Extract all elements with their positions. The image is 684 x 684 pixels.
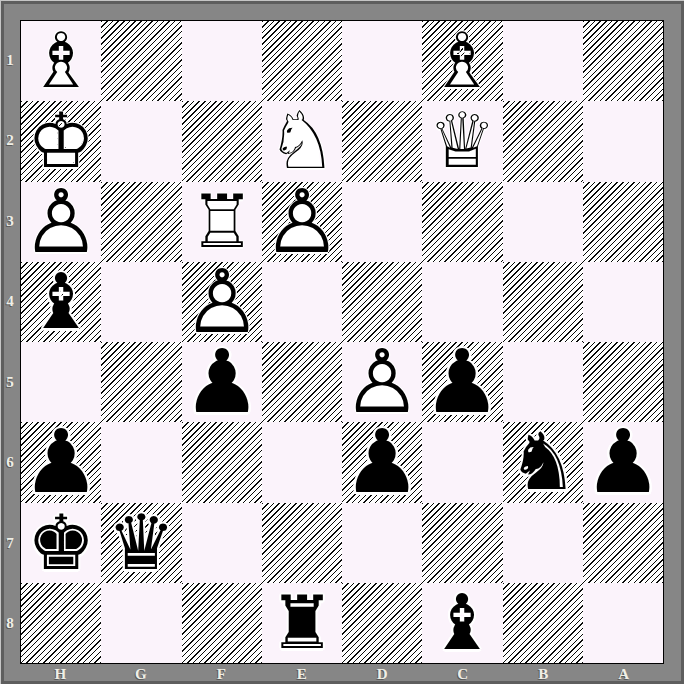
- white-pawn-icon[interactable]: ♟♙: [262, 182, 342, 262]
- rank-label-5: 5: [0, 342, 20, 423]
- square-f8[interactable]: [182, 583, 262, 663]
- piece-glyph: ♛♕: [420, 99, 505, 184]
- square-b5[interactable]: [503, 342, 583, 422]
- square-d1[interactable]: [342, 21, 422, 101]
- square-e1[interactable]: [262, 21, 342, 101]
- black-pawn-icon[interactable]: ♟♟: [21, 422, 101, 502]
- piece-glyph: ♛♛: [99, 500, 184, 585]
- white-bishop-icon[interactable]: ♝♗: [422, 21, 502, 101]
- white-knight-icon[interactable]: ♞♘: [262, 101, 342, 181]
- rank-label-2: 2: [0, 101, 20, 182]
- square-b3[interactable]: [503, 182, 583, 262]
- square-h6[interactable]: ♟♟: [21, 422, 101, 502]
- piece-glyph: ♝♝: [19, 259, 104, 344]
- black-knight-icon[interactable]: ♞♞: [503, 422, 583, 502]
- piece-glyph: ♜♜: [261, 582, 343, 664]
- square-a3[interactable]: [583, 182, 663, 262]
- square-c6[interactable]: [422, 422, 502, 502]
- square-b1[interactable]: [503, 21, 583, 101]
- square-d6[interactable]: ♟♟: [342, 422, 422, 502]
- rank-label-8: 8: [0, 584, 20, 665]
- piece-glyph: ♟♟: [173, 333, 271, 431]
- piece-glyph: ♚♚: [19, 500, 104, 585]
- piece-glyph: ♝♗: [19, 19, 104, 104]
- square-g1[interactable]: [101, 21, 181, 101]
- square-d8[interactable]: [342, 583, 422, 663]
- square-e4[interactable]: [262, 262, 342, 342]
- square-h2[interactable]: ♚♔: [21, 101, 101, 181]
- square-c1[interactable]: ♝♗: [422, 21, 502, 101]
- square-a7[interactable]: [583, 503, 663, 583]
- black-pawn-icon[interactable]: ♟♟: [342, 422, 422, 502]
- square-f2[interactable]: [182, 101, 262, 181]
- piece-glyph: ♟♟: [12, 413, 110, 511]
- square-g5[interactable]: [101, 342, 181, 422]
- square-d7[interactable]: [342, 503, 422, 583]
- square-g3[interactable]: [101, 182, 181, 262]
- rank-label-7: 7: [0, 503, 20, 584]
- black-king-icon[interactable]: ♚♚: [21, 503, 101, 583]
- square-d2[interactable]: [342, 101, 422, 181]
- square-h4[interactable]: ♝♝: [21, 262, 101, 342]
- white-rook-icon[interactable]: ♜♖: [182, 182, 262, 262]
- square-f7[interactable]: [182, 503, 262, 583]
- square-b6[interactable]: ♞♞: [503, 422, 583, 502]
- white-pawn-icon[interactable]: ♟♙: [21, 182, 101, 262]
- white-king-icon[interactable]: ♚♔: [21, 101, 101, 181]
- square-c7[interactable]: [422, 503, 502, 583]
- square-a1[interactable]: [583, 21, 663, 101]
- black-bishop-icon[interactable]: ♝♝: [422, 583, 502, 663]
- square-h1[interactable]: ♝♗: [21, 21, 101, 101]
- white-bishop-icon[interactable]: ♝♗: [21, 21, 101, 101]
- square-a4[interactable]: [583, 262, 663, 342]
- square-c5[interactable]: ♟♟: [422, 342, 502, 422]
- square-h8[interactable]: [21, 583, 101, 663]
- rank-labels: 12345678: [0, 20, 20, 664]
- rank-label-6: 6: [0, 423, 20, 504]
- square-b2[interactable]: [503, 101, 583, 181]
- file-label-g: G: [101, 664, 182, 684]
- piece-glyph: ♟♟: [333, 413, 431, 511]
- black-queen-icon[interactable]: ♛♛: [101, 503, 181, 583]
- square-e2[interactable]: ♞♘: [262, 101, 342, 181]
- file-label-h: H: [20, 664, 101, 684]
- square-h3[interactable]: ♟♙: [21, 182, 101, 262]
- piece-glyph: ♟♟: [574, 413, 672, 511]
- square-g8[interactable]: [101, 583, 181, 663]
- piece-glyph: ♟♙: [12, 173, 110, 271]
- square-a2[interactable]: [583, 101, 663, 181]
- square-b8[interactable]: [503, 583, 583, 663]
- black-bishop-icon[interactable]: ♝♝: [21, 262, 101, 342]
- board-frame: ♝♗♝♗♚♔♞♘♛♕♟♙♜♖♟♙♝♝♟♙♟♟♟♙♟♟♟♟♟♟♞♞♟♟♚♚♛♛♜♜…: [0, 0, 684, 684]
- square-e6[interactable]: [262, 422, 342, 502]
- square-a8[interactable]: [583, 583, 663, 663]
- file-labels: HGFEDCBA: [20, 664, 664, 684]
- file-label-c: C: [423, 664, 504, 684]
- square-f1[interactable]: [182, 21, 262, 101]
- rank-label-1: 1: [0, 20, 20, 101]
- square-c2[interactable]: ♛♕: [422, 101, 502, 181]
- square-e5[interactable]: [262, 342, 342, 422]
- piece-glyph: ♝♝: [420, 580, 505, 665]
- rank-label-4: 4: [0, 262, 20, 343]
- white-queen-icon[interactable]: ♛♕: [422, 101, 502, 181]
- square-c8[interactable]: ♝♝: [422, 583, 502, 663]
- square-a6[interactable]: ♟♟: [583, 422, 663, 502]
- square-f5[interactable]: ♟♟: [182, 342, 262, 422]
- square-e3[interactable]: ♟♙: [262, 182, 342, 262]
- square-b7[interactable]: [503, 503, 583, 583]
- file-label-d: D: [342, 664, 423, 684]
- square-b4[interactable]: [503, 262, 583, 342]
- square-d3[interactable]: [342, 182, 422, 262]
- square-g2[interactable]: [101, 101, 181, 181]
- square-e8[interactable]: ♜♜: [262, 583, 342, 663]
- file-label-f: F: [181, 664, 262, 684]
- black-pawn-icon[interactable]: ♟♟: [583, 422, 663, 502]
- square-g7[interactable]: ♛♛: [101, 503, 181, 583]
- file-label-e: E: [262, 664, 343, 684]
- square-g6[interactable]: [101, 422, 181, 502]
- file-label-a: A: [584, 664, 665, 684]
- board: ♝♗♝♗♚♔♞♘♛♕♟♙♜♖♟♙♝♝♟♙♟♟♟♙♟♟♟♟♟♟♞♞♟♟♚♚♛♛♜♜…: [20, 20, 664, 664]
- file-label-b: B: [503, 664, 584, 684]
- black-pawn-icon[interactable]: ♟♟: [422, 342, 502, 422]
- square-f3[interactable]: ♜♖: [182, 182, 262, 262]
- black-pawn-icon[interactable]: ♟♟: [182, 342, 262, 422]
- black-rook-icon[interactable]: ♜♜: [262, 583, 342, 663]
- piece-glyph: ♝♗: [420, 19, 505, 104]
- square-g4[interactable]: [101, 262, 181, 342]
- square-c3[interactable]: [422, 182, 502, 262]
- square-f6[interactable]: [182, 422, 262, 502]
- rank-label-3: 3: [0, 181, 20, 262]
- square-e7[interactable]: [262, 503, 342, 583]
- square-h7[interactable]: ♚♚: [21, 503, 101, 583]
